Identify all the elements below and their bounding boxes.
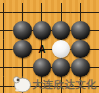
intersection-cell[interactable] — [90, 58, 99, 77]
intersection-cell[interactable] — [90, 40, 99, 59]
black-stone-glyph — [13, 40, 31, 58]
intersection-cell[interactable] — [90, 77, 99, 93]
intersection-cell[interactable] — [13, 3, 32, 22]
point-label: A — [38, 45, 45, 55]
black-stone — [71, 58, 90, 77]
black-stone-glyph — [52, 21, 70, 39]
intersection-cell[interactable] — [0, 40, 13, 59]
black-stone — [71, 21, 90, 40]
intersection-cell[interactable] — [90, 21, 99, 40]
black-stone-glyph — [71, 21, 89, 39]
intersection-cell[interactable] — [13, 77, 32, 93]
black-stone — [71, 40, 90, 59]
black-stone-glyph — [52, 58, 70, 76]
intersection-cell[interactable] — [0, 77, 13, 93]
intersection-cell[interactable] — [90, 3, 99, 22]
intersection-cell[interactable] — [51, 77, 70, 93]
black-stone — [51, 58, 70, 77]
black-stone — [13, 40, 32, 59]
white-stone — [51, 40, 70, 59]
intersection-cell[interactable] — [32, 3, 51, 22]
black-stone — [32, 58, 51, 77]
intersection-cell[interactable] — [71, 77, 90, 93]
marked-point-A[interactable]: A — [32, 40, 51, 59]
intersection-cell[interactable] — [32, 77, 51, 93]
intersection-cell[interactable] — [0, 21, 13, 40]
black-stone — [32, 21, 51, 40]
intersection-cell[interactable] — [71, 3, 90, 22]
black-stone — [13, 21, 32, 40]
white-stone-glyph — [52, 40, 70, 58]
black-stone-glyph — [71, 40, 89, 58]
black-stone-glyph — [33, 58, 51, 76]
go-board: A — [0, 3, 99, 93]
intersection-cell[interactable] — [13, 58, 32, 77]
intersection-cell[interactable] — [0, 3, 13, 22]
go-diagram: A 大连欣达文化 — [0, 0, 99, 93]
black-stone-glyph — [33, 21, 51, 39]
black-stone-glyph — [13, 21, 31, 39]
intersection-cell[interactable] — [0, 58, 13, 77]
black-stone — [51, 21, 70, 40]
intersection-cell[interactable] — [51, 3, 70, 22]
black-stone-glyph — [71, 58, 89, 76]
